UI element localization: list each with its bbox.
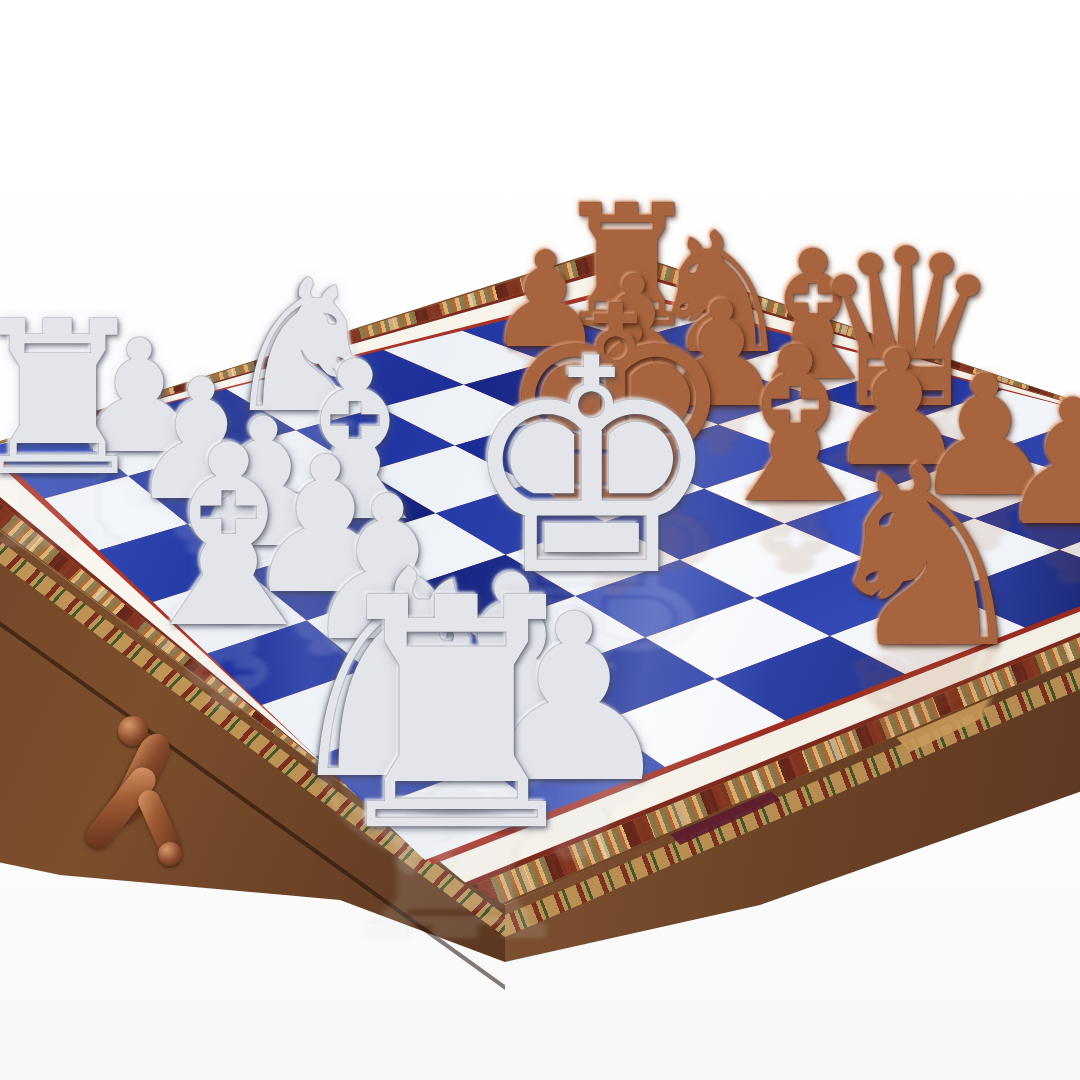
handle-top-rosette — [118, 716, 148, 746]
chess-pieces: ♜♟♞♟♝♛♟♞♟♟♟♜♟♚♟♝♝♟♟♚♟♝♟♞♟♞♟♜ — [0, 0, 1080, 1080]
chess-set-photo: ♜♟♞♟♝♛♟♞♟♟♟♜♟♚♟♝♝♟♟♚♟♝♟♞♟♞♟♜ ♜♟♞♟♝♛♟♞♟♟♟… — [0, 0, 1080, 1080]
chess-piece-silver-rook[interactable]: ♜ — [297, 557, 615, 875]
handle-scroll-arm — [81, 762, 161, 854]
handle-backplate — [106, 728, 175, 827]
handle-bottom-scroll — [158, 842, 182, 866]
handle-scroll-arm — [135, 787, 184, 860]
chess-piece-copper-knight[interactable]: ♞ — [801, 433, 1051, 683]
